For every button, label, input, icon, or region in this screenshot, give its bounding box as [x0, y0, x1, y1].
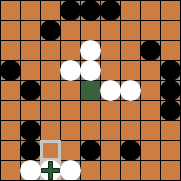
board-cell[interactable] — [21, 81, 40, 100]
board-cell[interactable] — [81, 21, 100, 40]
black-stone[interactable] — [80, 140, 101, 161]
board-cell[interactable] — [101, 161, 120, 180]
board-cell[interactable] — [61, 121, 80, 140]
board-cell[interactable] — [141, 141, 160, 160]
white-stone[interactable] — [120, 80, 141, 101]
board-cell[interactable] — [161, 1, 180, 20]
board-cell[interactable] — [121, 141, 140, 160]
black-stone[interactable] — [20, 80, 41, 101]
board-cell[interactable] — [1, 141, 20, 160]
board-cell[interactable] — [161, 41, 180, 60]
board-cell[interactable] — [81, 121, 100, 140]
board-cell[interactable] — [61, 101, 80, 120]
board-cell[interactable] — [81, 141, 100, 160]
board-cell[interactable] — [141, 1, 160, 20]
board-cell[interactable] — [61, 21, 80, 40]
board-cell[interactable] — [21, 161, 40, 180]
board-cell[interactable] — [1, 121, 20, 140]
board-cell[interactable] — [101, 1, 120, 20]
board-cell[interactable] — [61, 161, 80, 180]
board-cell[interactable] — [161, 161, 180, 180]
white-stone[interactable] — [60, 160, 81, 181]
board-cell[interactable] — [101, 41, 120, 60]
board-cell[interactable] — [81, 101, 100, 120]
board-cell[interactable] — [1, 81, 20, 100]
black-stone[interactable] — [160, 80, 181, 101]
board-cell[interactable] — [141, 81, 160, 100]
board-cell[interactable] — [161, 21, 180, 40]
black-stone[interactable] — [20, 120, 41, 141]
board-cell[interactable] — [101, 141, 120, 160]
black-stone[interactable] — [140, 40, 161, 61]
board-cell[interactable] — [161, 101, 180, 120]
board-cell[interactable] — [1, 41, 20, 60]
board-cell[interactable] — [21, 21, 40, 40]
board-cell[interactable] — [161, 61, 180, 80]
board-cell[interactable] — [141, 61, 160, 80]
board-cell[interactable] — [101, 101, 120, 120]
board-cell[interactable] — [121, 61, 140, 80]
board-cell[interactable] — [101, 21, 120, 40]
game-board — [0, 0, 181, 181]
king-cross-icon — [41, 161, 60, 180]
white-stone[interactable] — [80, 40, 101, 61]
throne-cell[interactable] — [81, 81, 100, 100]
board-cell[interactable] — [121, 41, 140, 60]
black-stone[interactable] — [100, 0, 121, 21]
board-cell[interactable] — [61, 81, 80, 100]
board-cell[interactable] — [141, 121, 160, 140]
board-cell-last-move-highlight[interactable] — [41, 141, 60, 160]
black-stone[interactable] — [60, 0, 81, 21]
board-cell[interactable] — [21, 101, 40, 120]
black-stone[interactable] — [160, 100, 181, 121]
board-cell[interactable] — [61, 141, 80, 160]
board-cell[interactable] — [141, 41, 160, 60]
board-cell[interactable] — [81, 161, 100, 180]
white-stone[interactable] — [100, 80, 121, 101]
white-stone[interactable] — [80, 60, 101, 81]
board-cell[interactable] — [21, 121, 40, 140]
board-cell[interactable] — [161, 141, 180, 160]
black-stone[interactable] — [80, 0, 101, 21]
black-stone[interactable] — [160, 60, 181, 81]
board-cell[interactable] — [1, 1, 20, 20]
board-cell[interactable] — [121, 81, 140, 100]
board-cell[interactable] — [1, 161, 20, 180]
board-cell[interactable] — [161, 81, 180, 100]
board-cell[interactable] — [101, 81, 120, 100]
black-stone[interactable] — [120, 140, 141, 161]
board-cell[interactable] — [121, 121, 140, 140]
board-cell[interactable] — [41, 121, 60, 140]
board-cell[interactable] — [121, 1, 140, 20]
board-cell[interactable] — [121, 21, 140, 40]
board-cell[interactable] — [1, 21, 20, 40]
board-cell[interactable] — [41, 81, 60, 100]
white-stone[interactable] — [20, 160, 41, 181]
board-cell[interactable] — [81, 61, 100, 80]
board-cell[interactable] — [21, 61, 40, 80]
board-cell[interactable] — [81, 1, 100, 20]
board-cell[interactable] — [41, 61, 60, 80]
board-cell[interactable] — [141, 101, 160, 120]
board-cell[interactable] — [1, 101, 20, 120]
white-stone[interactable] — [60, 60, 81, 81]
board-cell[interactable] — [121, 101, 140, 120]
board-cell[interactable] — [61, 61, 80, 80]
board-cell[interactable] — [41, 21, 60, 40]
board-cell[interactable] — [141, 161, 160, 180]
board-cell[interactable] — [41, 41, 60, 60]
board-cell[interactable] — [41, 101, 60, 120]
board-cell[interactable] — [141, 21, 160, 40]
board-cell[interactable] — [161, 121, 180, 140]
board-cell[interactable] — [21, 1, 40, 20]
board-cell[interactable] — [101, 121, 120, 140]
board-cell[interactable] — [1, 61, 20, 80]
board-cell[interactable] — [21, 141, 40, 160]
board-cell[interactable] — [61, 1, 80, 20]
black-stone[interactable] — [20, 140, 41, 161]
board-cell[interactable] — [21, 41, 40, 60]
board-cell-last-move-highlight[interactable] — [41, 161, 60, 180]
board-cell[interactable] — [81, 41, 100, 60]
black-stone[interactable] — [0, 60, 21, 81]
board-cell[interactable] — [121, 161, 140, 180]
board-cell[interactable] — [101, 61, 120, 80]
board-cell[interactable] — [61, 41, 80, 60]
board-cell[interactable] — [41, 1, 60, 20]
black-stone[interactable] — [40, 20, 61, 41]
